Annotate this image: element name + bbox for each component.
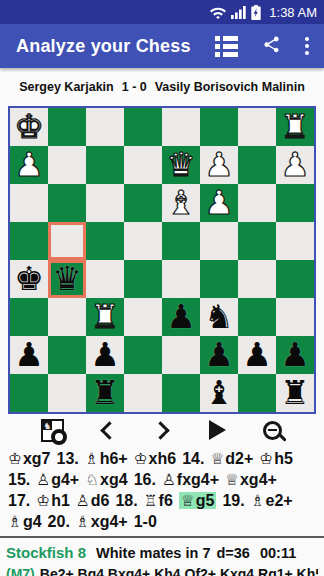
move[interactable]: ♕xg4+ bbox=[225, 471, 277, 488]
board-editor-button[interactable]: ♞ bbox=[40, 416, 64, 444]
square-h5[interactable]: ♚ bbox=[10, 260, 48, 298]
game-header: Sergey Karjakin 1 - 0 Vasily Borisovich … bbox=[0, 68, 324, 106]
square-a2[interactable]: ♟ bbox=[276, 146, 314, 184]
square-d1[interactable] bbox=[162, 108, 200, 146]
move-number: 14. bbox=[182, 450, 204, 467]
app-bar: Analyze your Chess bbox=[0, 24, 324, 68]
black-player-name: Vasily Borisovich Malinin bbox=[155, 80, 305, 94]
square-c5[interactable] bbox=[200, 260, 238, 298]
board-controls: ♞ bbox=[0, 415, 324, 445]
move-number: 18. bbox=[115, 492, 137, 509]
square-d6[interactable]: ♟ bbox=[162, 298, 200, 336]
page-title: Analyze your Chess bbox=[16, 36, 215, 57]
square-g8[interactable] bbox=[48, 374, 86, 412]
square-b5[interactable] bbox=[238, 260, 276, 298]
share-icon bbox=[262, 35, 281, 58]
square-d2[interactable]: ♛ bbox=[162, 146, 200, 184]
piece-figurine: ♕ bbox=[181, 492, 195, 510]
engine-mate-badge: (M7) bbox=[6, 566, 35, 576]
move[interactable]: ♘xg4 bbox=[85, 471, 127, 488]
square-b4[interactable] bbox=[238, 222, 276, 260]
piece-figurine: ♔ bbox=[134, 450, 148, 468]
engine-pv-line: (M7)Be2+ Bg4 Bxg4+ Kh4 Qf2+ Kxg4 Rg1+ Kh… bbox=[6, 563, 318, 576]
white-queen: ♛ bbox=[166, 148, 196, 181]
board-editor-icon: ♞ bbox=[41, 419, 64, 442]
play-icon bbox=[209, 420, 226, 440]
square-h1[interactable]: ♚ bbox=[10, 108, 48, 146]
square-c8[interactable]: ♝ bbox=[200, 374, 238, 412]
white-bishop: ♝ bbox=[166, 186, 196, 219]
move[interactable]: ♙fxg4+ bbox=[162, 471, 219, 488]
square-a3[interactable] bbox=[276, 184, 314, 222]
square-d5[interactable] bbox=[162, 260, 200, 298]
square-e3[interactable] bbox=[124, 184, 162, 222]
move-line: ♔xg713.♗h6+♔xh614.♕d2+♔h5 bbox=[8, 448, 316, 469]
square-b2[interactable] bbox=[238, 146, 276, 184]
piece-figurine: ♔ bbox=[259, 450, 273, 468]
square-b1[interactable] bbox=[238, 108, 276, 146]
square-c6[interactable]: ♞ bbox=[200, 298, 238, 336]
game-result: 1 - 0 bbox=[122, 80, 147, 94]
black-pawn: ♟ bbox=[166, 300, 196, 333]
square-c1[interactable] bbox=[200, 108, 238, 146]
square-f5[interactable] bbox=[86, 260, 124, 298]
result: 1-0 bbox=[134, 513, 157, 530]
move-line: 15.♙g4+♘xg416.♙fxg4+♕xg4+ bbox=[8, 469, 316, 490]
square-h4[interactable] bbox=[10, 222, 48, 260]
square-g1[interactable] bbox=[48, 108, 86, 146]
square-f1[interactable] bbox=[86, 108, 124, 146]
move-number: 15. bbox=[8, 471, 30, 488]
square-f2[interactable] bbox=[86, 146, 124, 184]
piece-figurine: ♕ bbox=[210, 450, 224, 468]
square-g4[interactable] bbox=[48, 222, 86, 260]
piece-figurine: ♗ bbox=[8, 513, 22, 531]
zoom-out-icon bbox=[263, 421, 282, 440]
square-h6[interactable] bbox=[10, 298, 48, 336]
black-rook: ♜ bbox=[90, 376, 120, 409]
white-pawn: ♟ bbox=[204, 148, 234, 181]
square-c4[interactable] bbox=[200, 222, 238, 260]
square-f6[interactable]: ♜ bbox=[86, 298, 124, 336]
piece-figurine: ♔ bbox=[8, 450, 22, 468]
piece-figurine: ♘ bbox=[85, 471, 99, 489]
wifi-icon bbox=[210, 6, 226, 19]
knight-icon: ♞ bbox=[43, 421, 53, 431]
square-h3[interactable] bbox=[10, 184, 48, 222]
app-bar-actions bbox=[215, 30, 309, 62]
signal-icon bbox=[231, 5, 246, 19]
piece-figurine: ♗ bbox=[85, 450, 99, 468]
square-d4[interactable] bbox=[162, 222, 200, 260]
piece-figurine: ♗ bbox=[76, 513, 90, 531]
engine-depth: d=36 bbox=[216, 545, 249, 561]
piece-figurine: ♔ bbox=[36, 492, 50, 510]
engine-name: Stockfish 8 bbox=[6, 544, 86, 561]
black-pawn: ♟ bbox=[14, 338, 44, 371]
black-bishop: ♝ bbox=[204, 376, 234, 409]
square-g7[interactable] bbox=[48, 336, 86, 374]
move[interactable]: ♔xg7 bbox=[8, 450, 50, 467]
square-g3[interactable] bbox=[48, 184, 86, 222]
square-e7[interactable] bbox=[124, 336, 162, 374]
square-c3[interactable]: ♟ bbox=[200, 184, 238, 222]
engine-status-line: Stockfish 8White mates in 7d=3600:11 bbox=[6, 543, 318, 563]
black-pawn: ♟ bbox=[90, 338, 120, 371]
square-f4[interactable] bbox=[86, 222, 124, 260]
piece-figurine: ♙ bbox=[36, 471, 50, 489]
move[interactable]: ♗e2+ bbox=[251, 492, 293, 509]
move[interactable]: ♖f6 bbox=[144, 492, 173, 509]
overflow-menu-button[interactable] bbox=[305, 30, 309, 62]
square-a4[interactable] bbox=[276, 222, 314, 260]
square-e4[interactable] bbox=[124, 222, 162, 260]
square-e1[interactable] bbox=[124, 108, 162, 146]
battery-charging-icon bbox=[251, 5, 261, 20]
square-g6[interactable] bbox=[48, 298, 86, 336]
next-move-button[interactable] bbox=[150, 416, 174, 444]
move-number: 20. bbox=[48, 513, 70, 530]
square-c2[interactable]: ♟ bbox=[200, 146, 238, 184]
white-player-name: Sergey Karjakin bbox=[19, 80, 114, 94]
clock: 1:38 AM bbox=[269, 5, 317, 20]
white-king: ♚ bbox=[14, 110, 44, 143]
square-a7[interactable]: ♟ bbox=[276, 336, 314, 374]
move[interactable]: ♕d2+ bbox=[210, 450, 253, 467]
zoom-out-button[interactable] bbox=[260, 416, 284, 444]
square-d8[interactable] bbox=[162, 374, 200, 412]
chevron-left-icon bbox=[100, 421, 118, 439]
piece-figurine: ♙ bbox=[76, 492, 90, 510]
black-king: ♚ bbox=[14, 262, 44, 295]
square-c7[interactable]: ♟ bbox=[200, 336, 238, 374]
move-line: 17.♔h1♙d618.♖f6♕g519.♗e2+ bbox=[8, 490, 316, 511]
black-pawn: ♟ bbox=[242, 338, 272, 371]
square-e8[interactable] bbox=[124, 374, 162, 412]
white-rook: ♜ bbox=[90, 300, 120, 333]
black-pawn: ♟ bbox=[204, 338, 234, 371]
square-b8[interactable] bbox=[238, 374, 276, 412]
white-pawn: ♟ bbox=[14, 148, 44, 181]
list-icon bbox=[215, 36, 238, 57]
square-h2[interactable]: ♟ bbox=[10, 146, 48, 184]
move-list-button[interactable] bbox=[215, 30, 238, 62]
square-a8[interactable]: ♜ bbox=[276, 374, 314, 412]
move-list: ♔xg713.♗h6+♔xh614.♕d2+♔h515.♙g4+♘xg416.♙… bbox=[0, 445, 324, 532]
square-e2[interactable] bbox=[124, 146, 162, 184]
move[interactable]: ♙g4+ bbox=[36, 471, 79, 488]
move[interactable]: ♗g4 bbox=[8, 513, 42, 530]
square-a1[interactable]: ♜ bbox=[276, 108, 314, 146]
square-e6[interactable] bbox=[124, 298, 162, 336]
black-rook: ♜ bbox=[280, 376, 310, 409]
square-f8[interactable]: ♜ bbox=[86, 374, 124, 412]
share-button[interactable] bbox=[262, 30, 281, 62]
move-number: 13. bbox=[56, 450, 78, 467]
piece-figurine: ♖ bbox=[144, 492, 158, 510]
square-g5[interactable]: ♛ bbox=[48, 260, 86, 298]
black-queen: ♛ bbox=[52, 262, 82, 295]
move-number: 17. bbox=[8, 492, 30, 509]
square-f7[interactable]: ♟ bbox=[86, 336, 124, 374]
piece-figurine: ♗ bbox=[251, 492, 265, 510]
square-f3[interactable] bbox=[86, 184, 124, 222]
square-a5[interactable] bbox=[276, 260, 314, 298]
move[interactable]: ♗h6+ bbox=[85, 450, 128, 467]
white-pawn: ♟ bbox=[280, 148, 310, 181]
square-g2[interactable] bbox=[48, 146, 86, 184]
move-line: ♗g420.♗xg4+1-0 bbox=[8, 511, 316, 532]
square-d7[interactable] bbox=[162, 336, 200, 374]
square-b7[interactable]: ♟ bbox=[238, 336, 276, 374]
autoplay-button[interactable] bbox=[205, 416, 229, 444]
engine-pv: Be2+ Bg4 Bxg4+ Kh4 Qf2+ Kxg4 Rg1+ Kh5 Rx bbox=[40, 566, 318, 576]
move[interactable]: ♔xh6 bbox=[134, 450, 176, 467]
white-pawn: ♟ bbox=[204, 186, 234, 219]
move[interactable]: ♔h5 bbox=[259, 450, 293, 467]
piece-figurine: ♕ bbox=[225, 471, 239, 489]
square-d3[interactable]: ♝ bbox=[162, 184, 200, 222]
previous-move-button[interactable] bbox=[95, 416, 119, 444]
engine-evaluation: White mates in 7 bbox=[96, 545, 210, 561]
square-b3[interactable] bbox=[238, 184, 276, 222]
chess-board: ♚♜♟♛♟♟♝♟♚♛♜♟♞♟♟♟♟♟♜♝♜ bbox=[8, 106, 316, 414]
square-a6[interactable] bbox=[276, 298, 314, 336]
overflow-menu-icon bbox=[305, 37, 309, 55]
move[interactable]: ♕g5 bbox=[179, 492, 217, 509]
move-number: 19. bbox=[222, 492, 244, 509]
chevron-right-icon bbox=[151, 421, 169, 439]
black-knight: ♞ bbox=[204, 300, 234, 333]
black-pawn: ♟ bbox=[280, 338, 310, 371]
white-rook: ♜ bbox=[280, 110, 310, 143]
square-h8[interactable] bbox=[10, 374, 48, 412]
engine-panel: Stockfish 8White mates in 7d=3600:11 (M7… bbox=[0, 538, 324, 576]
engine-time: 00:11 bbox=[260, 545, 296, 561]
piece-figurine: ♙ bbox=[162, 471, 176, 489]
square-b6[interactable] bbox=[238, 298, 276, 336]
move[interactable]: ♗xg4+ bbox=[76, 513, 128, 530]
square-h7[interactable]: ♟ bbox=[10, 336, 48, 374]
move[interactable]: ♙d6 bbox=[76, 492, 110, 509]
status-bar: 1:38 AM bbox=[0, 0, 324, 24]
square-e5[interactable] bbox=[124, 260, 162, 298]
move[interactable]: ♔h1 bbox=[36, 492, 70, 509]
move-number: 16. bbox=[134, 471, 156, 488]
